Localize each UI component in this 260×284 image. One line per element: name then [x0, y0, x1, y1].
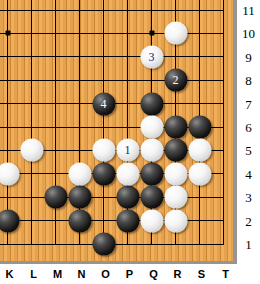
- row-label-6: 6: [237, 121, 260, 134]
- white-stone-R3[interactable]: [164, 186, 187, 209]
- star-point-Q10: [149, 31, 154, 36]
- black-stone-P3[interactable]: [116, 186, 139, 209]
- column-label-R: R: [174, 269, 182, 280]
- white-stone-L5[interactable]: [20, 139, 43, 162]
- row-coordinates: 1110987654321: [237, 0, 260, 261]
- row-label-2: 2: [237, 214, 260, 227]
- grid-line-col-K: [7, 0, 8, 245]
- black-stone-O4[interactable]: [92, 162, 115, 185]
- row-label-8: 8: [237, 74, 260, 87]
- column-label-O: O: [101, 269, 110, 280]
- black-stone-R8[interactable]: 2: [164, 69, 187, 92]
- grid-line-col-L: [31, 0, 32, 245]
- column-label-S: S: [198, 269, 205, 280]
- white-stone-O5[interactable]: [92, 139, 115, 162]
- row-label-4: 4: [237, 167, 260, 180]
- grid-line-row-10: [0, 33, 224, 34]
- grid-line-row-8: [0, 80, 224, 81]
- black-stone-O1[interactable]: [92, 233, 115, 256]
- white-stone-R10[interactable]: [164, 22, 187, 45]
- grid-line-row-3: [0, 197, 224, 198]
- row-label-10: 10: [237, 27, 260, 40]
- row-label-1: 1: [237, 238, 260, 251]
- white-stone-K4[interactable]: [0, 162, 19, 185]
- black-stone-N2[interactable]: [68, 209, 91, 232]
- column-label-N: N: [78, 269, 86, 280]
- white-stone-P5[interactable]: 1: [116, 139, 139, 162]
- column-label-P: P: [126, 269, 133, 280]
- move-number: 1: [125, 144, 131, 157]
- column-coordinates: KLMNOPQRST: [0, 264, 260, 284]
- go-diagram: 2431 1110987654321 KLMNOPQRST: [0, 0, 260, 284]
- grid-line-row-9: [0, 56, 224, 57]
- white-stone-Q5[interactable]: [140, 139, 163, 162]
- grid-line-row-2: [0, 220, 224, 221]
- column-label-M: M: [53, 269, 62, 280]
- row-label-9: 9: [237, 50, 260, 63]
- white-stone-R2[interactable]: [164, 209, 187, 232]
- white-stone-Q9[interactable]: 3: [140, 45, 163, 68]
- white-stone-R4[interactable]: [164, 162, 187, 185]
- black-stone-S6[interactable]: [188, 116, 211, 139]
- black-stone-R6[interactable]: [164, 116, 187, 139]
- row-label-3: 3: [237, 191, 260, 204]
- grid-line-row-11: [0, 10, 224, 11]
- row-label-5: 5: [237, 144, 260, 157]
- black-stone-Q4[interactable]: [140, 162, 163, 185]
- go-board[interactable]: 2431: [0, 0, 233, 261]
- black-stone-M3[interactable]: [44, 186, 67, 209]
- white-stone-S5[interactable]: [188, 139, 211, 162]
- white-stone-Q6[interactable]: [140, 116, 163, 139]
- black-stone-Q3[interactable]: [140, 186, 163, 209]
- move-number: 4: [101, 97, 107, 110]
- white-stone-Q2[interactable]: [140, 209, 163, 232]
- column-label-T: T: [222, 269, 229, 280]
- grid-line-col-O: [103, 0, 104, 245]
- black-stone-P2[interactable]: [116, 209, 139, 232]
- black-stone-R5[interactable]: [164, 139, 187, 162]
- white-stone-S4[interactable]: [188, 162, 211, 185]
- white-stone-N4[interactable]: [68, 162, 91, 185]
- black-stone-K2[interactable]: [0, 209, 19, 232]
- black-stone-Q7[interactable]: [140, 92, 163, 115]
- move-number: 2: [173, 74, 179, 87]
- column-label-K: K: [6, 269, 14, 280]
- row-label-11: 11: [237, 4, 260, 17]
- move-number: 3: [149, 50, 155, 63]
- white-stone-P4[interactable]: [116, 162, 139, 185]
- column-label-L: L: [30, 269, 37, 280]
- black-stone-O7[interactable]: 4: [92, 92, 115, 115]
- black-stone-N3[interactable]: [68, 186, 91, 209]
- grid-line-col-T: [223, 0, 224, 245]
- row-label-7: 7: [237, 97, 260, 110]
- star-point-K10: [5, 31, 10, 36]
- column-label-Q: Q: [149, 269, 158, 280]
